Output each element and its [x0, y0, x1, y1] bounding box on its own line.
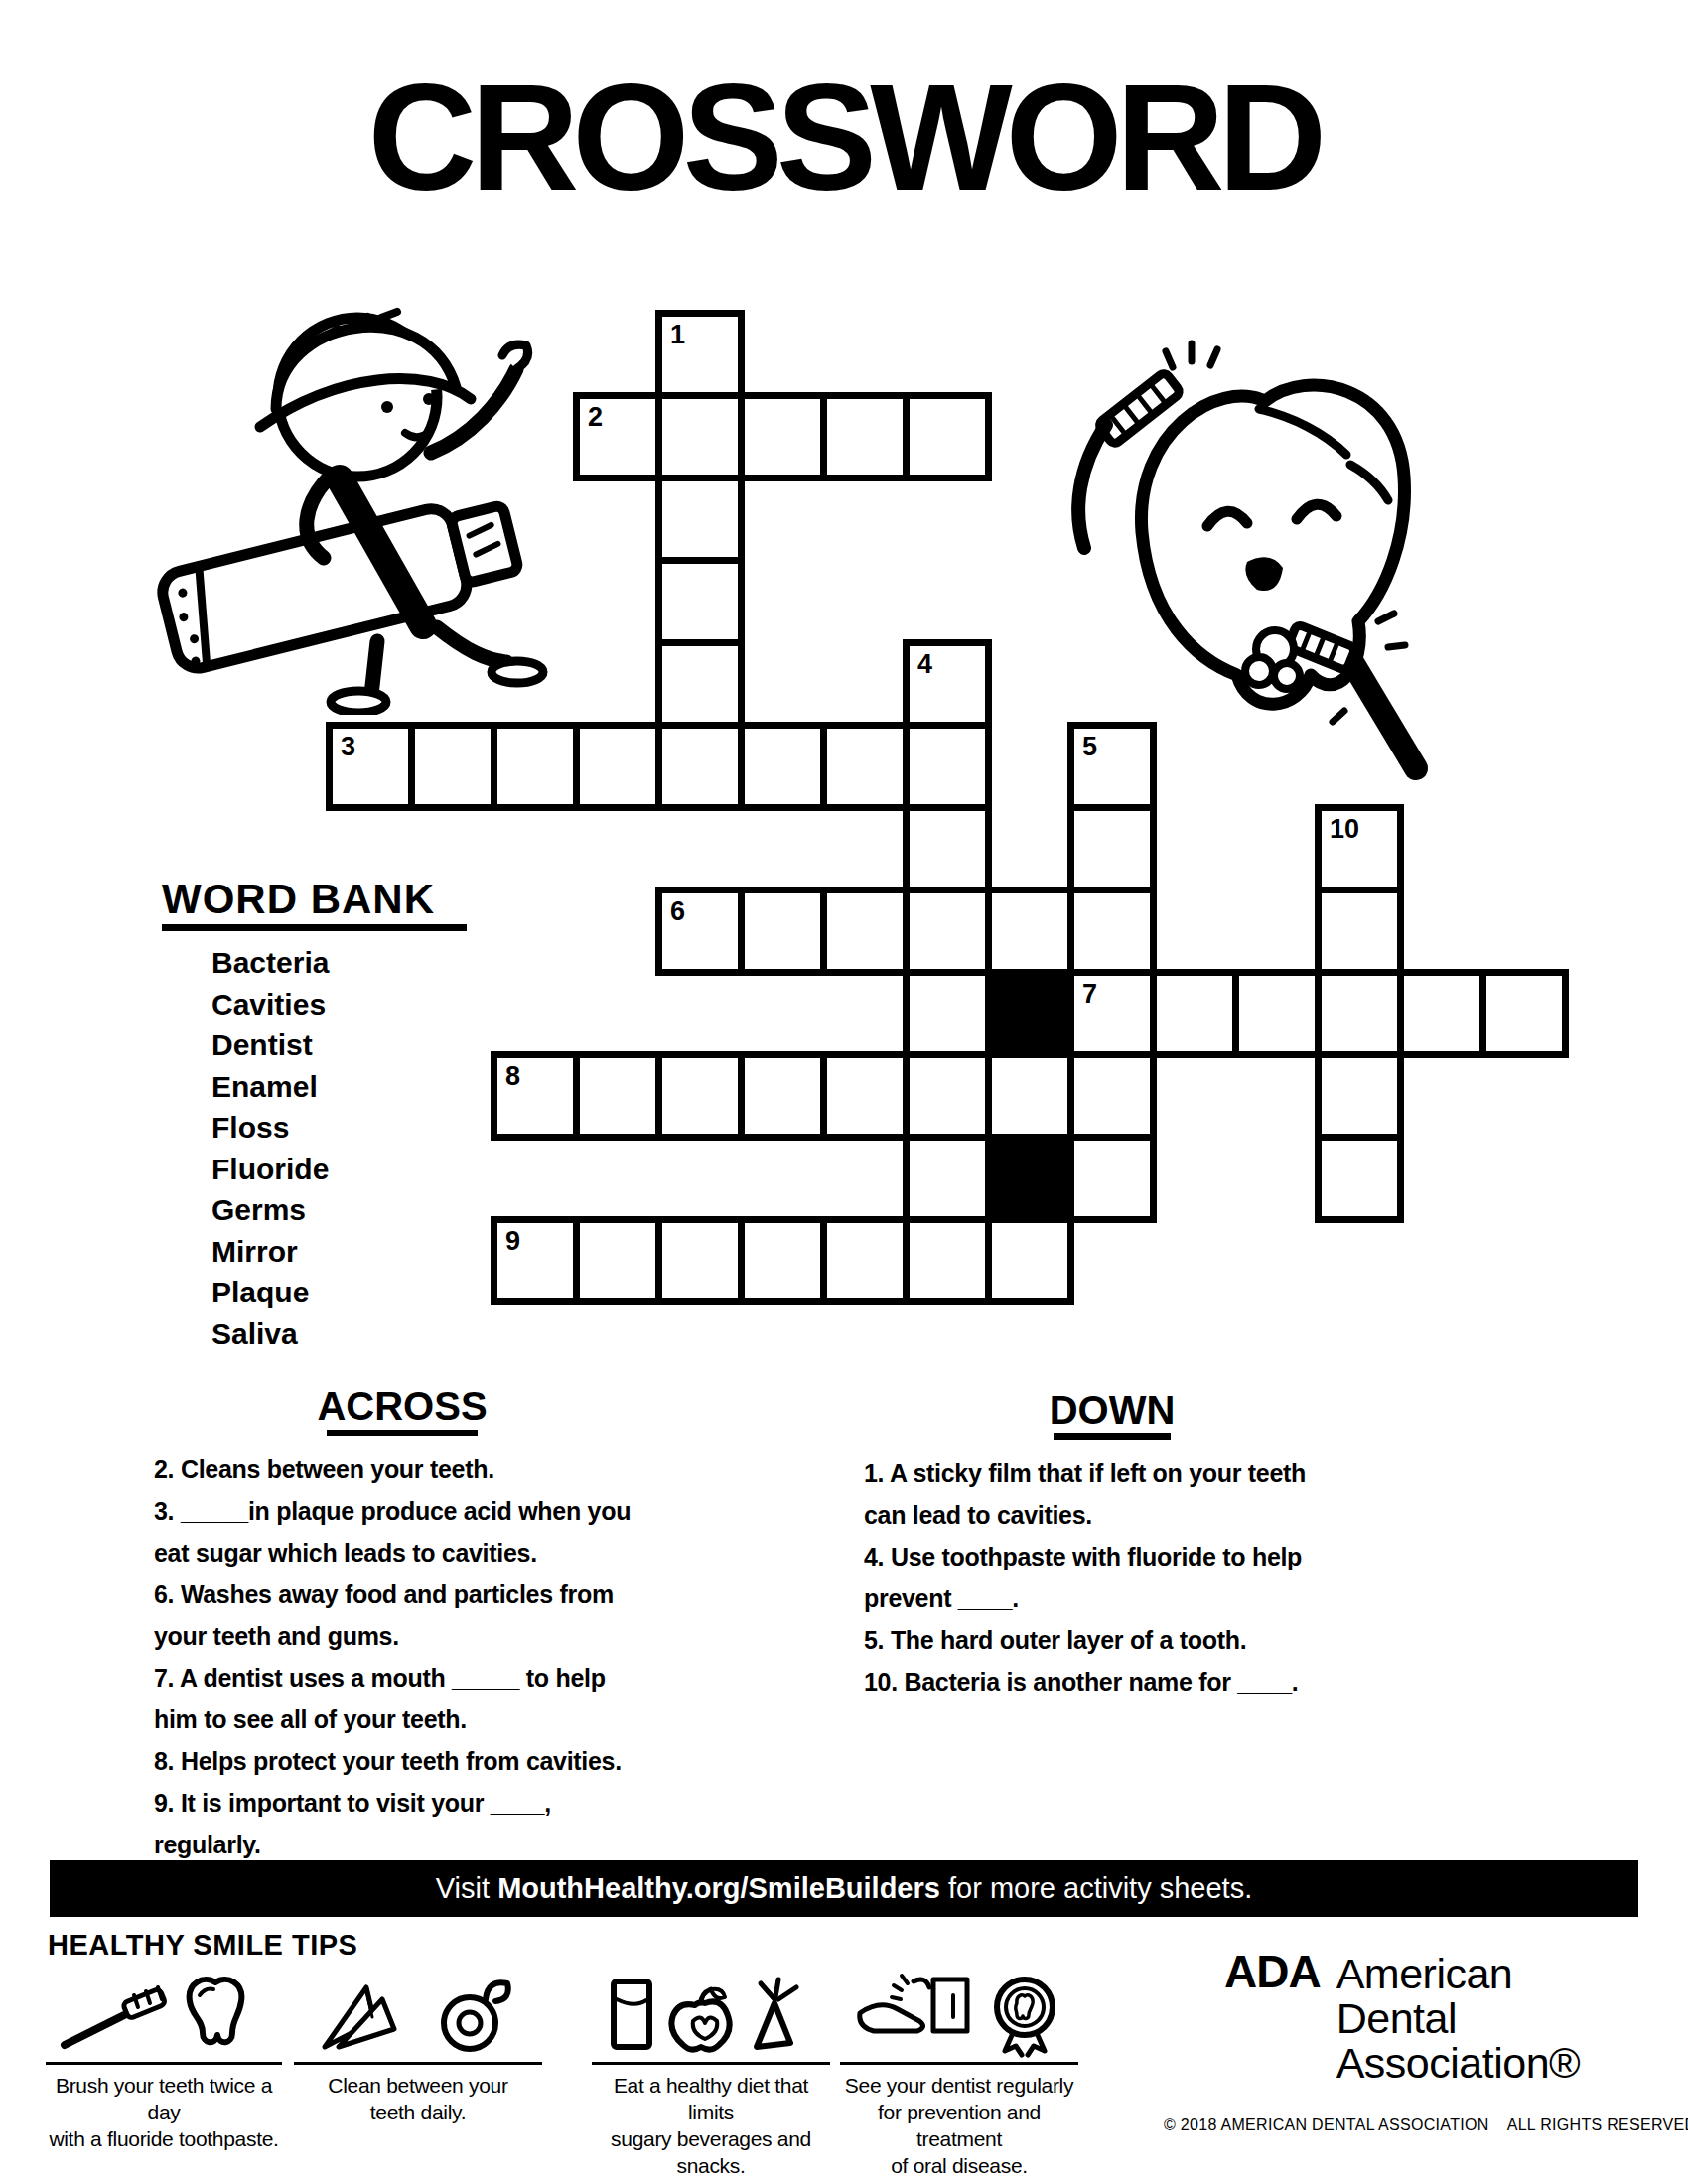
cell-number: 8	[505, 1063, 573, 1090]
copyright-line: © 2018 AMERICAN DENTAL ASSOCIATION ALL R…	[1164, 2116, 1688, 2134]
grid-cell[interactable]	[738, 392, 827, 481]
cell-number: 5	[1082, 734, 1150, 760]
across-underline	[327, 1430, 478, 1436]
ada-name-line: American	[1336, 1952, 1581, 1996]
grid-cell[interactable]	[1315, 887, 1404, 976]
grid-cell[interactable]	[1315, 1134, 1404, 1223]
grid-cell[interactable]	[1067, 887, 1157, 976]
clue-line: 4. Use toothpaste with fluoride to help	[864, 1536, 1360, 1577]
tip-divider	[592, 2062, 830, 2065]
ada-name-line: Association®	[1336, 2041, 1581, 2086]
grid-cell[interactable]	[1150, 969, 1239, 1058]
clue-line: 1. A sticky film that if left on your te…	[864, 1452, 1360, 1494]
blocked-cell	[985, 969, 1074, 1058]
grid-cell[interactable]	[655, 639, 745, 729]
word-bank-word: Germs	[211, 1189, 329, 1231]
grid-cell[interactable]: 9	[491, 1216, 580, 1305]
grid-cell[interactable]	[820, 1216, 910, 1305]
clue-line: your teeth and gums.	[154, 1615, 650, 1657]
grid-cell[interactable]	[903, 804, 992, 893]
tip-divider	[294, 2062, 542, 2065]
cell-number: 4	[917, 651, 985, 678]
grid-cell[interactable]	[573, 1216, 662, 1305]
clue-line: can lead to cavities.	[864, 1494, 1360, 1536]
clue-line: eat sugar which leads to cavities.	[154, 1532, 650, 1573]
banner-url: MouthHealthy.org/SmileBuilders	[497, 1872, 940, 1905]
grid-cell[interactable]	[1232, 969, 1322, 1058]
grid-cell[interactable]: 5	[1067, 722, 1157, 811]
grid-cell[interactable]	[573, 1051, 662, 1141]
grid-cell[interactable]	[738, 722, 827, 811]
down-section: DOWN 1. A sticky film that if left on yo…	[864, 1388, 1360, 1703]
cell-number: 3	[341, 734, 408, 760]
clue-line: 3. _____in plaque produce acid when you	[154, 1490, 650, 1532]
clue-line: 2. Cleans between your teeth.	[154, 1448, 650, 1490]
grid-cell[interactable]	[491, 722, 580, 811]
grid-cell[interactable]: 8	[491, 1051, 580, 1141]
grid-cell[interactable]	[903, 392, 992, 481]
toothbrush-and-tooth-icon	[46, 1968, 282, 2059]
grid-cell[interactable]	[820, 1051, 910, 1141]
grid-cell[interactable]	[655, 1216, 745, 1305]
grid-cell[interactable]	[655, 722, 745, 811]
cell-number: 6	[670, 898, 738, 925]
dentist-chair-and-award-icon	[840, 1968, 1078, 2059]
grid-cell[interactable]	[820, 722, 910, 811]
floss-picks-and-dispenser-icon	[294, 1968, 542, 2059]
grid-cell[interactable]	[408, 722, 497, 811]
clue-line: 5. The hard outer layer of a tooth.	[864, 1619, 1360, 1661]
tip-water-apple-carrot: Eat a healthy diet that limitssugary bev…	[592, 1968, 830, 2179]
promo-banner: Visit MouthHealthy.org/SmileBuilders for…	[50, 1860, 1638, 1917]
grid-cell[interactable]	[1067, 1051, 1157, 1141]
grid-cell[interactable]	[985, 1051, 1074, 1141]
ada-logotype: ADA	[1224, 1952, 1321, 2086]
cell-number: 9	[505, 1228, 573, 1255]
ada-name: American Dental Association®	[1336, 1952, 1581, 2086]
word-bank-word: Floss	[211, 1107, 329, 1149]
grid-cell[interactable]	[738, 1051, 827, 1141]
grid-cell[interactable]	[903, 969, 992, 1058]
grid-cell[interactable]	[655, 392, 745, 481]
clue-line: 8. Helps protect your teeth from cavitie…	[154, 1740, 650, 1782]
grid-cell[interactable]: 6	[655, 887, 745, 976]
clue-line: prevent ____.	[864, 1577, 1360, 1619]
across-section: ACROSS 2. Cleans between your teeth.3. _…	[154, 1384, 650, 1865]
word-bank-underline	[162, 924, 467, 931]
across-clues: 2. Cleans between your teeth.3. _____in …	[154, 1448, 650, 1865]
water-apple-carrot-icon	[592, 1968, 830, 2059]
grid-cell[interactable]: 3	[326, 722, 415, 811]
crossword-grid[interactable]: 12435106789	[326, 310, 1562, 1298]
grid-cell[interactable]: 10	[1315, 804, 1404, 893]
down-clues: 1. A sticky film that if left on your te…	[864, 1452, 1360, 1703]
word-bank-word: Fluoride	[211, 1149, 329, 1190]
grid-cell[interactable]	[903, 722, 992, 811]
grid-cell[interactable]	[655, 475, 745, 564]
page-title: CROSSWORD	[0, 62, 1688, 212]
grid-cell[interactable]	[903, 1051, 992, 1141]
word-bank-word: Mirror	[211, 1231, 329, 1273]
grid-cell[interactable]	[1067, 1134, 1157, 1223]
tips-title: HEALTHY SMILE TIPS	[48, 1929, 357, 1962]
word-bank-word: Enamel	[211, 1066, 329, 1108]
tip-floss-picks-and-dispenser: Clean between yourteeth daily.	[294, 1968, 542, 2125]
down-underline	[1054, 1433, 1171, 1440]
grid-cell[interactable]	[903, 887, 992, 976]
grid-cell[interactable]: 2	[573, 392, 662, 481]
grid-cell[interactable]	[820, 887, 910, 976]
ada-name-line: Dental	[1336, 1996, 1581, 2041]
cell-number: 7	[1082, 981, 1150, 1008]
tip-caption: Brush your teeth twice a daywith a fluor…	[46, 2072, 282, 2152]
grid-cell[interactable]	[738, 887, 827, 976]
grid-cell[interactable]	[738, 1216, 827, 1305]
word-bank-word: Plaque	[211, 1272, 329, 1313]
grid-cell[interactable]	[655, 1051, 745, 1141]
grid-cell[interactable]	[820, 392, 910, 481]
grid-cell[interactable]	[985, 887, 1074, 976]
banner-prefix: Visit	[436, 1872, 497, 1905]
clue-line: regularly.	[154, 1824, 650, 1865]
word-bank-word: Bacteria	[211, 942, 329, 984]
clue-line: 7. A dentist uses a mouth _____ to help	[154, 1657, 650, 1699]
word-bank-list: BacteriaCavitiesDentistEnamelFlossFluori…	[211, 942, 329, 1354]
tip-toothbrush-and-tooth: Brush your teeth twice a daywith a fluor…	[46, 1968, 282, 2152]
across-title: ACROSS	[154, 1384, 650, 1428]
grid-cell[interactable]: 7	[1067, 969, 1157, 1058]
grid-cell[interactable]	[655, 557, 745, 646]
grid-cell[interactable]	[1479, 969, 1569, 1058]
grid-cell[interactable]	[1067, 804, 1157, 893]
clue-line: him to see all of your teeth.	[154, 1699, 650, 1740]
ada-logo: ADA American Dental Association®	[1224, 1952, 1580, 2086]
grid-cell[interactable]	[1315, 1051, 1404, 1141]
grid-cell[interactable]	[573, 722, 662, 811]
clue-line: 9. It is important to visit your ____,	[154, 1782, 650, 1824]
grid-cell[interactable]	[903, 1216, 992, 1305]
word-bank-word: Cavities	[211, 984, 329, 1025]
cell-number: 2	[588, 404, 655, 431]
grid-cell[interactable]	[903, 1134, 992, 1223]
tip-caption: Clean between yourteeth daily.	[294, 2072, 542, 2125]
clue-line: 6. Washes away food and particles from	[154, 1573, 650, 1615]
cell-number: 1	[670, 322, 738, 348]
clue-line: 10. Bacteria is another name for ____.	[864, 1661, 1360, 1703]
cell-number: 10	[1330, 816, 1397, 843]
word-bank-title: WORD BANK	[162, 876, 435, 923]
down-title: DOWN	[864, 1388, 1360, 1432]
grid-cell[interactable]	[1397, 969, 1486, 1058]
grid-cell[interactable]: 1	[655, 310, 745, 399]
grid-cell[interactable]	[1315, 969, 1404, 1058]
grid-cell[interactable]: 4	[903, 639, 992, 729]
tip-divider	[840, 2062, 1078, 2065]
tip-caption: Eat a healthy diet that limitssugary bev…	[592, 2072, 830, 2179]
tip-caption: See your dentist regularlyfor prevention…	[840, 2072, 1078, 2179]
tip-dentist-chair-and-award: See your dentist regularlyfor prevention…	[840, 1968, 1078, 2179]
banner-suffix: for more activity sheets.	[940, 1872, 1252, 1905]
word-bank-word: Dentist	[211, 1024, 329, 1066]
tip-divider	[46, 2062, 282, 2065]
grid-cell[interactable]	[985, 1216, 1074, 1305]
blocked-cell	[985, 1134, 1074, 1223]
word-bank-word: Saliva	[211, 1313, 329, 1355]
